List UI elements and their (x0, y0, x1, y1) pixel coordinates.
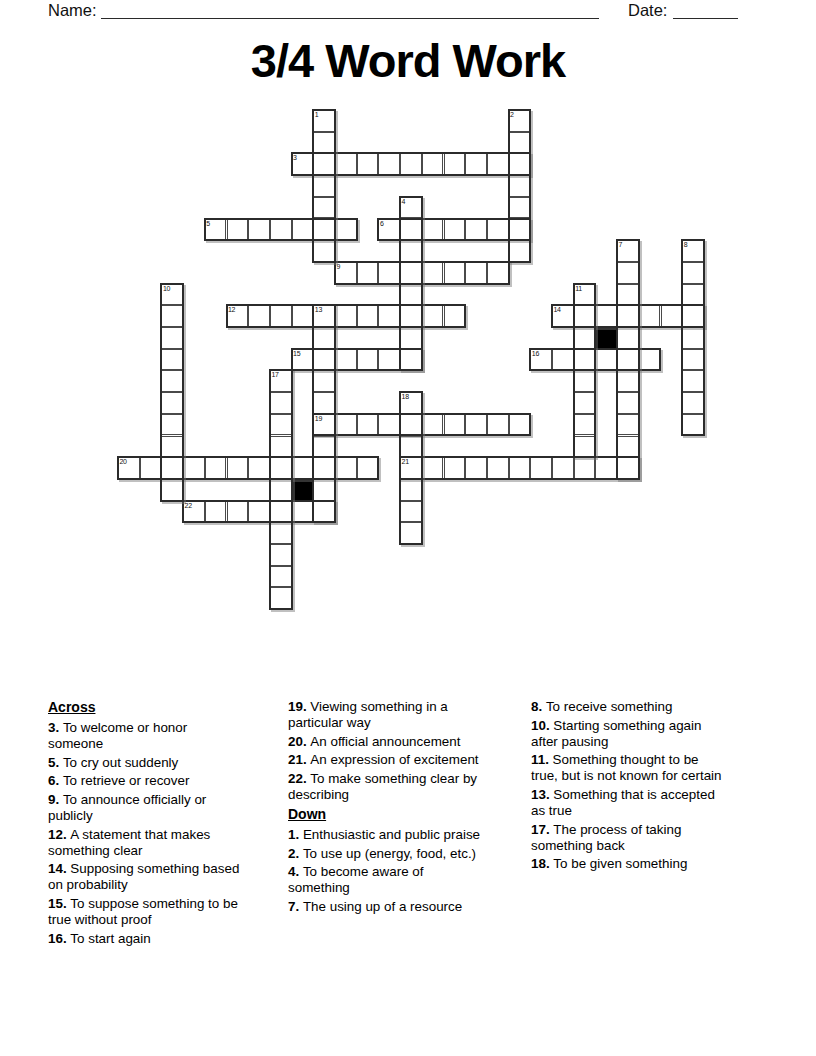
grid-cell[interactable] (509, 414, 531, 436)
grid-cell[interactable] (465, 414, 487, 436)
grid-cell[interactable] (682, 305, 704, 327)
date-input-line[interactable] (673, 17, 738, 19)
grid-cell[interactable] (487, 219, 509, 241)
grid-cell[interactable] (335, 153, 357, 175)
grid-cell[interactable] (227, 457, 249, 479)
grid-cell[interactable] (270, 587, 292, 609)
grid-cell[interactable] (161, 327, 183, 349)
clue-item-across-22: 22. To make something clear by describin… (288, 771, 488, 803)
grid-cell[interactable] (205, 501, 227, 523)
clue-item-number: 8. (531, 699, 546, 714)
grid-cell[interactable] (682, 392, 704, 414)
clue-item-number: 1. (288, 827, 303, 842)
grid-cell[interactable] (574, 414, 596, 436)
clue-item-across-20: 20. An official announcement (288, 734, 488, 750)
grid-cell[interactable] (400, 479, 422, 501)
grid-cell[interactable] (509, 132, 531, 154)
grid-cell[interactable] (357, 457, 379, 479)
grid-cell[interactable] (335, 457, 357, 479)
grid-cell[interactable] (595, 349, 617, 371)
grid-cell[interactable] (227, 219, 249, 241)
grid-cell[interactable] (400, 327, 422, 349)
clue-item-number: 16. (48, 931, 70, 946)
clue-item-down-11: 11. Something thought to be true, but is… (531, 752, 729, 784)
grid-cell[interactable] (422, 305, 444, 327)
grid-cell[interactable] (595, 457, 617, 479)
cell-number-20: 20 (120, 458, 127, 465)
clue-column-1: Across3. To welcome or honor someone5. T… (48, 699, 244, 949)
worksheet-page: Name: Date: 3/4 Word Work 35691214151619… (0, 0, 816, 1056)
clue-item-across-9: 9. To announce officially or publicly (48, 792, 244, 824)
cell-number-22: 22 (185, 502, 192, 509)
grid-cell[interactable] (444, 153, 466, 175)
grid-cell[interactable] (682, 284, 704, 306)
clue-item-across-14: 14. Supposing something based on probabi… (48, 861, 244, 893)
grid-cell[interactable] (313, 132, 335, 154)
grid-cell[interactable] (574, 436, 596, 458)
grid-cell[interactable] (161, 457, 183, 479)
grid-cell[interactable] (313, 370, 335, 392)
grid-cell[interactable] (270, 305, 292, 327)
grid-cell[interactable] (378, 262, 400, 284)
grid-cell[interactable] (400, 262, 422, 284)
grid-cell[interactable] (422, 153, 444, 175)
grid-cell[interactable] (270, 219, 292, 241)
clue-item-down-13: 13. Something that is accepted as true (531, 787, 729, 819)
cell-number-2: 2 (510, 111, 514, 118)
grid-cell[interactable] (639, 305, 661, 327)
grid-cell[interactable] (335, 349, 357, 371)
clues-header-down: Down (288, 806, 488, 822)
grid-cell[interactable] (248, 457, 270, 479)
grid-cell[interactable] (378, 414, 400, 436)
clue-item-down-17: 17. The process of taking something back (531, 822, 729, 854)
grid-cell[interactable] (400, 349, 422, 371)
clue-item-number: 11. (531, 752, 553, 767)
grid-cell[interactable] (313, 175, 335, 197)
clue-item-number: 6. (48, 773, 63, 788)
grid-cell[interactable] (161, 349, 183, 371)
grid-cell[interactable] (682, 327, 704, 349)
grid-cell[interactable] (509, 240, 531, 262)
grid-cell[interactable] (465, 457, 487, 479)
grid-cell[interactable] (509, 219, 531, 241)
clue-item-across-21: 21. An expression of excitement (288, 752, 488, 768)
grid-cell[interactable] (400, 436, 422, 458)
crossword-grid: 35691214151619202122124781011131718 (118, 110, 705, 610)
clue-item-number: 10. (531, 718, 553, 733)
grid-cell[interactable] (335, 219, 357, 241)
grid-cell[interactable] (313, 327, 335, 349)
clue-item-number: 13. (531, 787, 553, 802)
cell-number-15: 15 (293, 350, 300, 357)
grid-cell[interactable] (270, 392, 292, 414)
grid-cell[interactable] (487, 262, 509, 284)
grid-cell[interactable] (270, 414, 292, 436)
grid-cell[interactable] (444, 219, 466, 241)
grid-cell[interactable] (313, 219, 335, 241)
clue-item-number: 21. (288, 752, 310, 767)
cell-number-10: 10 (163, 285, 170, 292)
grid-cell[interactable] (509, 153, 531, 175)
grid-cell[interactable] (487, 414, 509, 436)
grid-cell[interactable] (270, 436, 292, 458)
grid-cell[interactable] (400, 240, 422, 262)
grid-cell[interactable] (161, 370, 183, 392)
cell-number-17: 17 (271, 371, 278, 378)
clue-item-number: 19. (288, 699, 310, 714)
grid-cell[interactable] (574, 327, 596, 349)
grid-cell[interactable] (378, 305, 400, 327)
grid-cell[interactable] (639, 349, 661, 371)
cell-number-12: 12 (228, 306, 235, 313)
grid-cell[interactable] (617, 392, 639, 414)
clue-item-number: 15. (48, 896, 70, 911)
grid-cell[interactable] (682, 349, 704, 371)
grid-cell[interactable] (617, 457, 639, 479)
clue-item-number: 22. (288, 771, 310, 786)
grid-cell[interactable] (661, 305, 683, 327)
grid-cell[interactable] (465, 153, 487, 175)
clue-item-number: 9. (48, 792, 63, 807)
clue-item-across-6: 6. To retrieve or recover (48, 773, 244, 789)
grid-cell[interactable] (400, 153, 422, 175)
grid-cell[interactable] (227, 501, 249, 523)
cell-number-3: 3 (293, 154, 297, 161)
clue-item-across-12: 12. A statement that makes something cle… (48, 827, 244, 859)
grid-cell[interactable] (313, 153, 335, 175)
clue-item-number: 14. (48, 861, 70, 876)
grid-cell[interactable] (313, 240, 335, 262)
grid-cell[interactable] (161, 305, 183, 327)
grid-cell[interactable] (509, 175, 531, 197)
cell-number-5: 5 (206, 220, 210, 227)
grid-cell[interactable] (248, 305, 270, 327)
grid-cell[interactable] (595, 305, 617, 327)
grid-cell[interactable] (313, 457, 335, 479)
date-label: Date: (628, 1, 667, 20)
cell-number-9: 9 (337, 263, 341, 270)
grid-cell[interactable] (552, 457, 574, 479)
black-cell (595, 327, 617, 349)
grid-cell[interactable] (248, 501, 270, 523)
clue-item-number: 18. (531, 856, 553, 871)
grid-cell[interactable] (617, 349, 639, 371)
cell-number-13: 13 (315, 306, 322, 313)
grid-cell[interactable] (400, 501, 422, 523)
grid-cell[interactable] (183, 457, 205, 479)
clue-item-down-18: 18. To be given something (531, 856, 729, 872)
clue-item-across-5: 5. To cry out suddenly (48, 755, 244, 771)
grid-cell[interactable] (205, 457, 227, 479)
cell-number-16: 16 (532, 350, 539, 357)
cell-number-19: 19 (315, 415, 322, 422)
grid-cell[interactable] (444, 414, 466, 436)
grid-cell[interactable] (400, 522, 422, 544)
grid-cell[interactable] (292, 305, 314, 327)
grid-cell[interactable] (357, 349, 379, 371)
grid-cell[interactable] (617, 262, 639, 284)
cell-number-18: 18 (402, 393, 409, 400)
grid-cell[interactable] (378, 349, 400, 371)
cell-number-8: 8 (684, 241, 688, 248)
clues-header-across: Across (48, 699, 244, 715)
grid-cell[interactable] (422, 414, 444, 436)
grid-cell[interactable] (682, 414, 704, 436)
grid-cell[interactable] (574, 349, 596, 371)
grid-cell[interactable] (357, 153, 379, 175)
clue-item-down-2: 2. To use up (energy, food, etc.) (288, 846, 488, 862)
name-input-line[interactable] (101, 17, 599, 19)
clue-item-down-4: 4. To become aware of something (288, 864, 488, 896)
grid-cell[interactable] (422, 457, 444, 479)
grid-cell[interactable] (270, 501, 292, 523)
grid-cell[interactable] (400, 414, 422, 436)
grid-cell[interactable] (313, 501, 335, 523)
grid-cell[interactable] (617, 305, 639, 327)
cell-number-21: 21 (402, 458, 409, 465)
grid-cell[interactable] (574, 305, 596, 327)
grid-cell[interactable] (161, 479, 183, 501)
grid-cell[interactable] (161, 436, 183, 458)
clue-item-across-3: 3. To welcome or honor someone (48, 720, 244, 752)
grid-cell[interactable] (617, 327, 639, 349)
cell-number-14: 14 (554, 306, 561, 313)
grid-cell[interactable] (292, 501, 314, 523)
cell-number-1: 1 (315, 111, 319, 118)
grid-cell[interactable] (335, 414, 357, 436)
grid-cell[interactable] (617, 284, 639, 306)
puzzle-title: 3/4 Word Work (0, 33, 816, 88)
clue-column-2: 19. Viewing something in a particular wa… (288, 699, 488, 918)
grid-cell[interactable] (161, 392, 183, 414)
clue-item-down-1: 1. Enthusiastic and public praise (288, 827, 488, 843)
clue-item-across-16: 16. To start again (48, 931, 244, 947)
clue-item-down-7: 7. The using up of a resource (288, 899, 488, 915)
grid-cell[interactable] (487, 153, 509, 175)
grid-cell[interactable] (422, 219, 444, 241)
grid-cell[interactable] (140, 457, 162, 479)
cell-number-11: 11 (575, 285, 582, 292)
grid-cell[interactable] (313, 436, 335, 458)
clue-item-down-10: 10. Starting something again after pausi… (531, 718, 729, 750)
clue-item-number: 12. (48, 827, 70, 842)
grid-cell[interactable] (530, 457, 552, 479)
cell-number-7: 7 (619, 241, 623, 248)
grid-cell[interactable] (378, 153, 400, 175)
grid-cell[interactable] (400, 219, 422, 241)
grid-cell[interactable] (270, 522, 292, 544)
grid-cell[interactable] (313, 479, 335, 501)
grid-cell[interactable] (357, 262, 379, 284)
grid-cell[interactable] (400, 305, 422, 327)
grid-cell[interactable] (357, 414, 379, 436)
clue-item-number: 5. (48, 755, 63, 770)
grid-cell[interactable] (487, 457, 509, 479)
grid-cell[interactable] (292, 457, 314, 479)
grid-cell[interactable] (682, 370, 704, 392)
grid-cell[interactable] (161, 414, 183, 436)
clue-item-down-8: 8. To receive something (531, 699, 729, 715)
grid-cell[interactable] (465, 262, 487, 284)
grid-cell[interactable] (270, 457, 292, 479)
grid-cell[interactable] (270, 479, 292, 501)
grid-cell[interactable] (465, 219, 487, 241)
grid-cell[interactable] (682, 262, 704, 284)
grid-cell[interactable] (335, 305, 357, 327)
grid-cell[interactable] (574, 392, 596, 414)
grid-cell[interactable] (552, 349, 574, 371)
grid-cell[interactable] (509, 457, 531, 479)
clue-item-number: 4. (288, 864, 303, 879)
grid-cell[interactable] (444, 262, 466, 284)
grid-cell[interactable] (617, 370, 639, 392)
grid-cell[interactable] (292, 219, 314, 241)
grid-cell[interactable] (270, 544, 292, 566)
clue-item-across-15: 15. To suppose something to be true with… (48, 896, 244, 928)
grid-cell[interactable] (444, 457, 466, 479)
grid-cell[interactable] (574, 370, 596, 392)
cell-number-6: 6 (380, 220, 384, 227)
grid-cell[interactable] (617, 436, 639, 458)
grid-cell[interactable] (422, 262, 444, 284)
grid-cell[interactable] (617, 414, 639, 436)
grid-cell[interactable] (574, 457, 596, 479)
clue-column-3: 8. To receive something10. Starting some… (531, 699, 729, 875)
clue-item-number: 7. (288, 899, 303, 914)
grid-cell[interactable] (248, 219, 270, 241)
grid-cell[interactable] (400, 284, 422, 306)
grid-cell[interactable] (509, 197, 531, 219)
grid-cell[interactable] (313, 197, 335, 219)
clue-item-across-19: 19. Viewing something in a particular wa… (288, 699, 488, 731)
clue-item-number: 20. (288, 734, 310, 749)
clue-item-number: 17. (531, 822, 553, 837)
grid-cell[interactable] (313, 349, 335, 371)
grid-cell[interactable] (270, 566, 292, 588)
black-cell (292, 479, 314, 501)
cell-number-4: 4 (402, 198, 406, 205)
grid-cell[interactable] (444, 305, 466, 327)
clue-item-number: 3. (48, 720, 63, 735)
grid-cell[interactable] (313, 392, 335, 414)
clue-item-number: 2. (288, 846, 303, 861)
name-label: Name: (48, 1, 97, 20)
grid-cell[interactable] (357, 305, 379, 327)
